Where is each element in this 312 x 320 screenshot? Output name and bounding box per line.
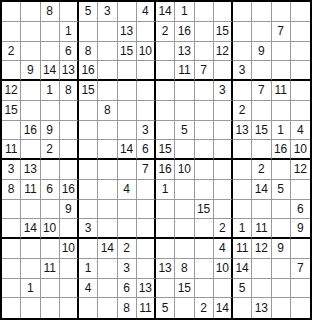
given-digit: 4 bbox=[123, 183, 130, 195]
cell-r14c4[interactable] bbox=[60, 259, 79, 279]
cell-r3c11[interactable] bbox=[195, 42, 214, 62]
cell-r6c13[interactable]: 2 bbox=[233, 101, 252, 121]
cell-r13c8[interactable] bbox=[137, 239, 156, 259]
cell-r15c9[interactable] bbox=[156, 279, 175, 299]
cell-r15c5[interactable]: 4 bbox=[79, 279, 98, 299]
cell-r10c16[interactable] bbox=[291, 180, 310, 200]
cell-r14c5[interactable]: 1 bbox=[79, 259, 98, 279]
given-digit: 12 bbox=[216, 45, 229, 57]
cell-r1c16[interactable] bbox=[291, 2, 310, 22]
given-digit: 11 bbox=[43, 262, 55, 274]
given-digit: 8 bbox=[85, 45, 92, 57]
cell-r16c1[interactable] bbox=[2, 298, 21, 318]
cell-r4c3[interactable]: 14 bbox=[41, 61, 60, 81]
cell-r15c6[interactable] bbox=[98, 279, 117, 299]
cell-r13c16[interactable] bbox=[291, 239, 310, 259]
cell-r15c7[interactable]: 6 bbox=[118, 279, 137, 299]
cell-r11c13[interactable] bbox=[233, 200, 252, 220]
cell-r16c11[interactable]: 2 bbox=[195, 298, 214, 318]
cell-r2c15[interactable]: 7 bbox=[272, 22, 291, 42]
given-digit: 15 bbox=[158, 143, 171, 155]
cell-r10c9[interactable]: 1 bbox=[156, 180, 175, 200]
given-digit: 1 bbox=[277, 124, 284, 136]
cell-r13c4[interactable]: 10 bbox=[60, 239, 79, 259]
cell-r10c10[interactable] bbox=[175, 180, 194, 200]
cell-r8c9[interactable]: 15 bbox=[156, 140, 175, 160]
cell-r5c13[interactable] bbox=[233, 81, 252, 101]
cell-r14c1[interactable] bbox=[2, 259, 21, 279]
cell-r9c9[interactable]: 16 bbox=[156, 160, 175, 180]
cell-r2c13[interactable] bbox=[233, 22, 252, 42]
cell-r9c2[interactable]: 13 bbox=[21, 160, 40, 180]
cell-r13c9[interactable] bbox=[156, 239, 175, 259]
cell-r15c11[interactable] bbox=[195, 279, 214, 299]
cell-r10c12[interactable] bbox=[214, 180, 233, 200]
cell-r12c15[interactable] bbox=[272, 219, 291, 239]
cell-r14c9[interactable]: 13 bbox=[156, 259, 175, 279]
cell-r15c16[interactable] bbox=[291, 279, 310, 299]
cell-r10c3[interactable]: 6 bbox=[41, 180, 60, 200]
cell-r8c10[interactable] bbox=[175, 140, 194, 160]
cell-r13c15[interactable]: 9 bbox=[272, 239, 291, 259]
cell-r10c5[interactable] bbox=[79, 180, 98, 200]
cell-r7c2[interactable]: 16 bbox=[21, 121, 40, 141]
cell-r2c14[interactable] bbox=[252, 22, 271, 42]
cell-r3c5[interactable]: 8 bbox=[79, 42, 98, 62]
cell-r3c16[interactable] bbox=[291, 42, 310, 62]
cell-r12c13[interactable]: 1 bbox=[233, 219, 252, 239]
cell-r9c7[interactable] bbox=[118, 160, 137, 180]
cell-r9c13[interactable] bbox=[233, 160, 252, 180]
cell-r2c6[interactable] bbox=[98, 22, 117, 42]
cell-r12c8[interactable] bbox=[137, 219, 156, 239]
given-digit: 15 bbox=[4, 104, 17, 116]
given-digit: 9 bbox=[46, 124, 53, 136]
cell-r10c1[interactable]: 8 bbox=[2, 180, 21, 200]
cell-r16c7[interactable]: 8 bbox=[118, 298, 137, 318]
cell-r3c13[interactable] bbox=[233, 42, 252, 62]
cell-r1c12[interactable] bbox=[214, 2, 233, 22]
cell-r1c3[interactable]: 8 bbox=[41, 2, 60, 22]
cell-r14c8[interactable] bbox=[137, 259, 156, 279]
cell-r4c13[interactable]: 3 bbox=[233, 61, 252, 81]
cell-r5c14[interactable]: 7 bbox=[252, 81, 271, 101]
cell-r12c6[interactable] bbox=[98, 219, 117, 239]
cell-r16c15[interactable] bbox=[272, 298, 291, 318]
given-digit: 9 bbox=[258, 45, 265, 57]
cell-r16c8[interactable]: 11 bbox=[137, 298, 156, 318]
cell-r5c15[interactable]: 11 bbox=[272, 81, 291, 101]
cell-r14c16[interactable]: 7 bbox=[291, 259, 310, 279]
given-digit: 11 bbox=[5, 143, 17, 155]
cell-r12c7[interactable] bbox=[118, 219, 137, 239]
cell-r10c7[interactable]: 4 bbox=[118, 180, 137, 200]
cell-r5c6[interactable] bbox=[98, 81, 117, 101]
given-digit: 5 bbox=[85, 5, 92, 17]
cell-r9c5[interactable] bbox=[79, 160, 98, 180]
cell-r1c9[interactable]: 14 bbox=[156, 2, 175, 22]
cell-r4c7[interactable] bbox=[118, 61, 137, 81]
cell-r3c2[interactable] bbox=[21, 42, 40, 62]
cell-r8c11[interactable] bbox=[195, 140, 214, 160]
given-digit: 11 bbox=[24, 183, 36, 195]
cell-r2c10[interactable]: 16 bbox=[175, 22, 194, 42]
cell-r10c11[interactable] bbox=[195, 180, 214, 200]
cell-r4c16[interactable] bbox=[291, 61, 310, 81]
cell-r3c14[interactable]: 9 bbox=[252, 42, 271, 62]
given-digit: 14 bbox=[24, 222, 37, 234]
given-digit: 2 bbox=[46, 143, 53, 155]
given-digit: 11 bbox=[139, 302, 151, 314]
cell-r12c1[interactable] bbox=[2, 219, 21, 239]
cell-r6c6[interactable]: 8 bbox=[98, 101, 117, 121]
cell-r1c13[interactable] bbox=[233, 2, 252, 22]
given-digit: 1 bbox=[162, 183, 169, 195]
cell-r16c12[interactable]: 14 bbox=[214, 298, 233, 318]
cell-r6c4[interactable] bbox=[60, 101, 79, 121]
cell-r9c1[interactable]: 3 bbox=[2, 160, 21, 180]
cell-r4c9[interactable] bbox=[156, 61, 175, 81]
cell-r11c1[interactable] bbox=[2, 200, 21, 220]
cell-r8c2[interactable] bbox=[21, 140, 40, 160]
cell-r5c2[interactable] bbox=[21, 81, 40, 101]
cell-r5c10[interactable] bbox=[175, 81, 194, 101]
cell-r3c1[interactable]: 2 bbox=[2, 42, 21, 62]
given-digit: 1 bbox=[27, 282, 34, 294]
cell-r11c16[interactable]: 6 bbox=[291, 200, 310, 220]
cell-r5c12[interactable]: 3 bbox=[214, 81, 233, 101]
cell-r2c9[interactable]: 2 bbox=[156, 22, 175, 42]
cell-r7c9[interactable] bbox=[156, 121, 175, 141]
cell-r9c12[interactable] bbox=[214, 160, 233, 180]
cell-r6c2[interactable] bbox=[21, 101, 40, 121]
cell-r14c10[interactable]: 8 bbox=[175, 259, 194, 279]
given-digit: 9 bbox=[277, 242, 284, 254]
cell-r10c8[interactable] bbox=[137, 180, 156, 200]
cell-r16c2[interactable] bbox=[21, 298, 40, 318]
cell-r13c13[interactable]: 11 bbox=[233, 239, 252, 259]
cell-r12c4[interactable] bbox=[60, 219, 79, 239]
cell-r16c10[interactable] bbox=[175, 298, 194, 318]
cell-r8c6[interactable] bbox=[98, 140, 117, 160]
cell-r6c9[interactable] bbox=[156, 101, 175, 121]
given-digit: 10 bbox=[216, 262, 229, 274]
cell-r16c14[interactable]: 13 bbox=[252, 298, 271, 318]
cell-r15c3[interactable] bbox=[41, 279, 60, 299]
cell-r12c5[interactable]: 3 bbox=[79, 219, 98, 239]
given-digit: 10 bbox=[62, 242, 75, 254]
cell-r8c5[interactable] bbox=[79, 140, 98, 160]
cell-r11c5[interactable] bbox=[79, 200, 98, 220]
cell-r10c15[interactable]: 5 bbox=[272, 180, 291, 200]
cell-r11c3[interactable] bbox=[41, 200, 60, 220]
cell-r1c15[interactable] bbox=[272, 2, 291, 22]
cell-r16c4[interactable] bbox=[60, 298, 79, 318]
cell-r12c11[interactable] bbox=[195, 219, 214, 239]
cell-r9c3[interactable] bbox=[41, 160, 60, 180]
cell-r10c6[interactable] bbox=[98, 180, 117, 200]
cell-r1c10[interactable]: 1 bbox=[175, 2, 194, 22]
cell-r11c6[interactable] bbox=[98, 200, 117, 220]
cell-r5c11[interactable] bbox=[195, 81, 214, 101]
cell-r4c14[interactable] bbox=[252, 61, 271, 81]
given-digit: 3 bbox=[239, 64, 246, 76]
cell-r16c9[interactable]: 5 bbox=[156, 298, 175, 318]
cell-r16c6[interactable] bbox=[98, 298, 117, 318]
cell-r5c16[interactable] bbox=[291, 81, 310, 101]
given-digit: 15 bbox=[255, 124, 268, 136]
cell-r14c12[interactable]: 10 bbox=[214, 259, 233, 279]
cell-r3c12[interactable]: 12 bbox=[214, 42, 233, 62]
cell-r1c5[interactable]: 5 bbox=[79, 2, 98, 22]
given-digit: 13 bbox=[178, 45, 191, 57]
cell-r3c6[interactable] bbox=[98, 42, 117, 62]
cell-r4c12[interactable] bbox=[214, 61, 233, 81]
cell-r2c12[interactable]: 15 bbox=[214, 22, 233, 42]
given-digit: 13 bbox=[255, 302, 268, 314]
given-digit: 12 bbox=[255, 242, 268, 254]
cell-r11c2[interactable] bbox=[21, 200, 40, 220]
cell-r7c7[interactable] bbox=[118, 121, 137, 141]
cell-r1c1[interactable] bbox=[2, 2, 21, 22]
cell-r12c14[interactable]: 11 bbox=[252, 219, 271, 239]
cell-r4c6[interactable] bbox=[98, 61, 117, 81]
cell-r7c14[interactable]: 15 bbox=[252, 121, 271, 141]
cell-r2c1[interactable] bbox=[2, 22, 21, 42]
cell-r13c6[interactable]: 14 bbox=[98, 239, 117, 259]
cell-r9c8[interactable]: 7 bbox=[137, 160, 156, 180]
cell-r7c16[interactable]: 4 bbox=[291, 121, 310, 141]
cell-r16c5[interactable] bbox=[79, 298, 98, 318]
cell-r7c13[interactable]: 13 bbox=[233, 121, 252, 141]
cell-r1c4[interactable] bbox=[60, 2, 79, 22]
cell-r3c15[interactable] bbox=[272, 42, 291, 62]
cell-r15c8[interactable]: 13 bbox=[137, 279, 156, 299]
given-digit: 7 bbox=[200, 64, 207, 76]
given-digit: 4 bbox=[219, 242, 226, 254]
cell-r6c3[interactable] bbox=[41, 101, 60, 121]
given-digit: 14 bbox=[235, 262, 248, 274]
given-digit: 14 bbox=[216, 302, 229, 314]
cell-r3c9[interactable] bbox=[156, 42, 175, 62]
cell-r16c3[interactable] bbox=[41, 298, 60, 318]
cell-r11c14[interactable] bbox=[252, 200, 271, 220]
cell-r14c6[interactable] bbox=[98, 259, 117, 279]
cell-r13c11[interactable] bbox=[195, 239, 214, 259]
cell-r12c2[interactable]: 14 bbox=[21, 219, 40, 239]
cell-r12c16[interactable]: 9 bbox=[291, 219, 310, 239]
cell-r2c16[interactable] bbox=[291, 22, 310, 42]
cell-r11c4[interactable]: 9 bbox=[60, 200, 79, 220]
given-digit: 15 bbox=[197, 203, 210, 215]
cell-r2c7[interactable]: 13 bbox=[118, 22, 137, 42]
given-digit: 16 bbox=[81, 64, 94, 76]
cell-r7c12[interactable] bbox=[214, 121, 233, 141]
cell-r8c4[interactable] bbox=[60, 140, 79, 160]
given-digit: 13 bbox=[62, 64, 75, 76]
cell-r9c15[interactable] bbox=[272, 160, 291, 180]
cell-r15c15[interactable] bbox=[272, 279, 291, 299]
cell-r4c15[interactable] bbox=[272, 61, 291, 81]
cell-r8c12[interactable] bbox=[214, 140, 233, 160]
cell-r12c12[interactable]: 2 bbox=[214, 219, 233, 239]
cell-r6c1[interactable]: 15 bbox=[2, 101, 21, 121]
given-digit: 6 bbox=[123, 282, 130, 294]
cell-r6c10[interactable] bbox=[175, 101, 194, 121]
cell-r7c11[interactable] bbox=[195, 121, 214, 141]
cell-r14c7[interactable]: 3 bbox=[118, 259, 137, 279]
cell-r11c10[interactable] bbox=[175, 200, 194, 220]
cell-r1c6[interactable]: 3 bbox=[98, 2, 117, 22]
cell-r8c14[interactable] bbox=[252, 140, 271, 160]
cell-r11c15[interactable] bbox=[272, 200, 291, 220]
cell-r5c8[interactable] bbox=[137, 81, 156, 101]
cell-r4c8[interactable] bbox=[137, 61, 156, 81]
cell-r14c3[interactable]: 11 bbox=[41, 259, 60, 279]
cell-r15c13[interactable]: 5 bbox=[233, 279, 252, 299]
cell-r4c1[interactable] bbox=[2, 61, 21, 81]
cell-r13c14[interactable]: 12 bbox=[252, 239, 271, 259]
given-digit: 13 bbox=[235, 124, 248, 136]
cell-r10c4[interactable]: 16 bbox=[60, 180, 79, 200]
cell-r7c8[interactable]: 3 bbox=[137, 121, 156, 141]
cell-r4c2[interactable]: 9 bbox=[21, 61, 40, 81]
cell-r6c5[interactable] bbox=[79, 101, 98, 121]
cell-r15c14[interactable] bbox=[252, 279, 271, 299]
cell-r1c14[interactable] bbox=[252, 2, 271, 22]
cell-r15c10[interactable]: 15 bbox=[175, 279, 194, 299]
cell-r5c9[interactable] bbox=[156, 81, 175, 101]
cell-r5c7[interactable] bbox=[118, 81, 137, 101]
cell-r7c10[interactable]: 5 bbox=[175, 121, 194, 141]
cell-r9c16[interactable]: 12 bbox=[291, 160, 310, 180]
cell-r14c13[interactable]: 14 bbox=[233, 259, 252, 279]
cell-r8c1[interactable]: 11 bbox=[2, 140, 21, 160]
cell-r5c1[interactable]: 12 bbox=[2, 81, 21, 101]
cell-r2c3[interactable] bbox=[41, 22, 60, 42]
cell-r1c7[interactable] bbox=[118, 2, 137, 22]
cell-r1c8[interactable]: 4 bbox=[137, 2, 156, 22]
cell-r14c15[interactable] bbox=[272, 259, 291, 279]
given-digit: 7 bbox=[258, 84, 265, 96]
cell-r14c11[interactable] bbox=[195, 259, 214, 279]
cell-r7c6[interactable] bbox=[98, 121, 117, 141]
cell-r12c3[interactable]: 10 bbox=[41, 219, 60, 239]
given-digit: 2 bbox=[162, 25, 169, 37]
cell-r10c13[interactable] bbox=[233, 180, 252, 200]
cell-r7c5[interactable] bbox=[79, 121, 98, 141]
cell-r14c14[interactable] bbox=[252, 259, 271, 279]
cell-r15c12[interactable] bbox=[214, 279, 233, 299]
cell-r3c10[interactable]: 13 bbox=[175, 42, 194, 62]
cell-r2c11[interactable] bbox=[195, 22, 214, 42]
cell-r2c4[interactable]: 1 bbox=[60, 22, 79, 42]
cell-r13c10[interactable] bbox=[175, 239, 194, 259]
cell-r11c8[interactable] bbox=[137, 200, 156, 220]
cell-r11c11[interactable]: 15 bbox=[195, 200, 214, 220]
cell-r4c5[interactable]: 16 bbox=[79, 61, 98, 81]
cell-r9c10[interactable]: 10 bbox=[175, 160, 194, 180]
cell-r15c4[interactable] bbox=[60, 279, 79, 299]
cell-r5c4[interactable]: 8 bbox=[60, 81, 79, 101]
cell-r4c11[interactable]: 7 bbox=[195, 61, 214, 81]
cell-r10c14[interactable]: 14 bbox=[252, 180, 271, 200]
cell-r2c8[interactable] bbox=[137, 22, 156, 42]
given-digit: 10 bbox=[294, 143, 307, 155]
given-digit: 1 bbox=[239, 222, 246, 234]
cell-r7c15[interactable]: 1 bbox=[272, 121, 291, 141]
cell-r1c2[interactable] bbox=[21, 2, 40, 22]
given-digit: 5 bbox=[239, 282, 246, 294]
cell-r13c7[interactable]: 2 bbox=[118, 239, 137, 259]
cell-r13c2[interactable] bbox=[21, 239, 40, 259]
cell-r6c16[interactable] bbox=[291, 101, 310, 121]
cell-r6c15[interactable] bbox=[272, 101, 291, 121]
cell-r10c2[interactable]: 11 bbox=[21, 180, 40, 200]
cell-r8c3[interactable]: 2 bbox=[41, 140, 60, 160]
given-digit: 15 bbox=[120, 45, 133, 57]
cell-r8c8[interactable]: 6 bbox=[137, 140, 156, 160]
cell-r9c11[interactable] bbox=[195, 160, 214, 180]
cell-r15c1[interactable] bbox=[2, 279, 21, 299]
cell-r9c6[interactable] bbox=[98, 160, 117, 180]
cell-r13c12[interactable]: 4 bbox=[214, 239, 233, 259]
cell-r8c13[interactable] bbox=[233, 140, 252, 160]
cell-r6c8[interactable] bbox=[137, 101, 156, 121]
cell-r6c12[interactable] bbox=[214, 101, 233, 121]
cell-r13c3[interactable] bbox=[41, 239, 60, 259]
cell-r16c13[interactable] bbox=[233, 298, 252, 318]
cell-r15c2[interactable]: 1 bbox=[21, 279, 40, 299]
cell-r5c3[interactable]: 1 bbox=[41, 81, 60, 101]
cell-r2c5[interactable] bbox=[79, 22, 98, 42]
cell-r3c8[interactable]: 10 bbox=[137, 42, 156, 62]
cell-r6c7[interactable] bbox=[118, 101, 137, 121]
cell-r3c7[interactable]: 15 bbox=[118, 42, 137, 62]
given-digit: 2 bbox=[123, 242, 130, 254]
given-digit: 14 bbox=[120, 143, 133, 155]
cell-r8c15[interactable]: 16 bbox=[272, 140, 291, 160]
cell-r1c11[interactable] bbox=[195, 2, 214, 22]
cell-r7c4[interactable] bbox=[60, 121, 79, 141]
cell-r13c5[interactable] bbox=[79, 239, 98, 259]
cell-r14c2[interactable] bbox=[21, 259, 40, 279]
cell-r7c1[interactable] bbox=[2, 121, 21, 141]
cell-r3c3[interactable] bbox=[41, 42, 60, 62]
cell-r6c14[interactable] bbox=[252, 101, 271, 121]
cell-r11c9[interactable] bbox=[156, 200, 175, 220]
cell-r5c5[interactable]: 15 bbox=[79, 81, 98, 101]
cell-r13c1[interactable] bbox=[2, 239, 21, 259]
cell-r16c16[interactable] bbox=[291, 298, 310, 318]
cell-r9c4[interactable] bbox=[60, 160, 79, 180]
cell-r3c4[interactable]: 6 bbox=[60, 42, 79, 62]
cell-r11c7[interactable] bbox=[118, 200, 137, 220]
cell-r4c4[interactable]: 13 bbox=[60, 61, 79, 81]
given-digit: 3 bbox=[219, 84, 226, 96]
cell-r6c11[interactable] bbox=[195, 101, 214, 121]
cell-r9c14[interactable]: 2 bbox=[252, 160, 271, 180]
cell-r7c3[interactable]: 9 bbox=[41, 121, 60, 141]
cell-r4c10[interactable]: 11 bbox=[175, 61, 194, 81]
cell-r12c10[interactable] bbox=[175, 219, 194, 239]
cell-r2c2[interactable] bbox=[21, 22, 40, 42]
cell-r8c7[interactable]: 14 bbox=[118, 140, 137, 160]
given-digit: 1 bbox=[65, 25, 72, 37]
cell-r12c9[interactable] bbox=[156, 219, 175, 239]
cell-r11c12[interactable] bbox=[214, 200, 233, 220]
cell-r8c16[interactable]: 10 bbox=[291, 140, 310, 160]
